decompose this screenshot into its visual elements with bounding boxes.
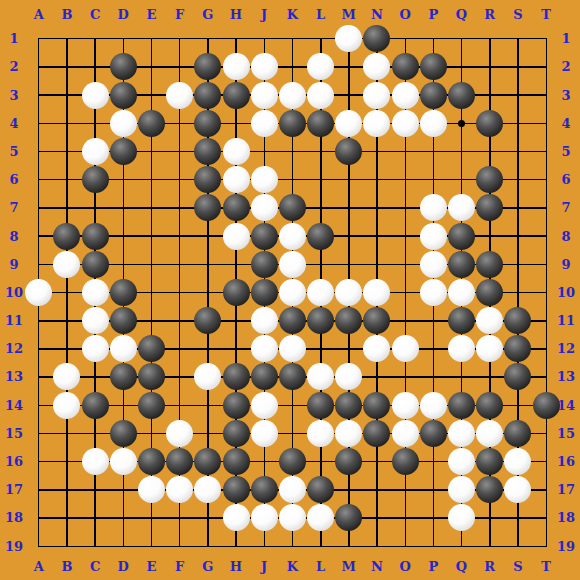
- stone-black-L11: [307, 307, 334, 334]
- stone-black-Q8: [448, 223, 475, 250]
- row-label-left-1: 1: [9, 31, 18, 46]
- go-board[interactable]: [25, 25, 561, 561]
- stone-white-G17: [194, 476, 221, 503]
- stone-black-C8: [82, 223, 109, 250]
- row-label-right-8: 8: [561, 229, 570, 244]
- stone-white-B14: [53, 392, 80, 419]
- col-label-top-A: A: [34, 7, 44, 22]
- stone-white-F15: [166, 420, 193, 447]
- stone-white-N2: [363, 53, 390, 80]
- stone-white-O4: [392, 110, 419, 137]
- stone-black-D2: [110, 53, 137, 80]
- stone-black-J9: [251, 251, 278, 278]
- col-label-top-J: J: [261, 7, 267, 22]
- stone-black-L17: [307, 476, 334, 503]
- stone-white-D16: [110, 448, 137, 475]
- stone-white-F17: [166, 476, 193, 503]
- row-label-right-4: 4: [561, 116, 570, 131]
- stone-white-D12: [110, 335, 137, 362]
- stone-white-J7: [251, 194, 278, 221]
- stone-white-K18: [279, 504, 306, 531]
- col-label-bottom-M: M: [342, 559, 356, 574]
- stone-white-C11: [82, 307, 109, 334]
- stone-black-K11: [279, 307, 306, 334]
- stone-white-M4: [335, 110, 362, 137]
- stone-white-L15: [307, 420, 334, 447]
- stone-black-R17: [476, 476, 503, 503]
- col-label-top-E: E: [146, 7, 156, 22]
- stone-white-C10: [82, 279, 109, 306]
- col-label-top-L: L: [316, 7, 325, 22]
- stone-black-Q3: [448, 82, 475, 109]
- stone-black-O2: [392, 53, 419, 80]
- stone-black-N14: [363, 392, 390, 419]
- row-label-left-19: 19: [5, 539, 23, 554]
- stone-black-H10: [223, 279, 250, 306]
- row-label-left-10: 10: [5, 285, 23, 300]
- stone-white-C5: [82, 138, 109, 165]
- col-label-bottom-J: J: [261, 559, 267, 574]
- row-label-left-3: 3: [9, 88, 18, 103]
- stone-white-K17: [279, 476, 306, 503]
- stone-black-R7: [476, 194, 503, 221]
- stone-white-O3: [392, 82, 419, 109]
- stone-white-P14: [420, 392, 447, 419]
- col-label-bottom-T: T: [541, 559, 551, 574]
- stone-black-E16: [138, 448, 165, 475]
- stone-white-K8: [279, 223, 306, 250]
- stone-black-H13: [223, 363, 250, 390]
- stone-white-Q16: [448, 448, 475, 475]
- stone-black-K13: [279, 363, 306, 390]
- stone-white-H2: [223, 53, 250, 80]
- row-label-left-18: 18: [5, 510, 23, 525]
- stone-black-H7: [223, 194, 250, 221]
- stone-white-G13: [194, 363, 221, 390]
- row-label-right-6: 6: [561, 172, 570, 187]
- stone-black-P15: [420, 420, 447, 447]
- stone-black-R9: [476, 251, 503, 278]
- stone-black-N11: [363, 307, 390, 334]
- col-label-bottom-O: O: [399, 559, 410, 574]
- stone-white-Q18: [448, 504, 475, 531]
- stone-black-G6: [194, 166, 221, 193]
- stone-white-B13: [53, 363, 80, 390]
- row-label-left-17: 17: [5, 482, 23, 497]
- stone-black-O16: [392, 448, 419, 475]
- stone-white-Q7: [448, 194, 475, 221]
- stone-white-M1: [335, 25, 362, 52]
- stone-black-S11: [504, 307, 531, 334]
- stone-white-L3: [307, 82, 334, 109]
- stone-black-Q9: [448, 251, 475, 278]
- col-label-top-F: F: [175, 7, 184, 22]
- col-label-bottom-H: H: [230, 559, 242, 574]
- stone-black-H16: [223, 448, 250, 475]
- stone-white-J14: [251, 392, 278, 419]
- stone-black-G5: [194, 138, 221, 165]
- stone-black-H15: [223, 420, 250, 447]
- stone-white-P9: [420, 251, 447, 278]
- stone-white-J3: [251, 82, 278, 109]
- stone-white-K10: [279, 279, 306, 306]
- stone-white-M13: [335, 363, 362, 390]
- stone-white-Q15: [448, 420, 475, 447]
- stone-white-C12: [82, 335, 109, 362]
- stone-white-H5: [223, 138, 250, 165]
- stone-white-J2: [251, 53, 278, 80]
- col-label-bottom-F: F: [175, 559, 184, 574]
- stone-black-T14: [533, 392, 560, 419]
- stone-white-E17: [138, 476, 165, 503]
- stone-white-L18: [307, 504, 334, 531]
- stone-white-P10: [420, 279, 447, 306]
- stone-black-L4: [307, 110, 334, 137]
- stone-white-A10: [25, 279, 52, 306]
- stone-white-Q12: [448, 335, 475, 362]
- stone-white-R15: [476, 420, 503, 447]
- col-label-bottom-R: R: [484, 559, 495, 574]
- stone-black-P2: [420, 53, 447, 80]
- stone-black-J13: [251, 363, 278, 390]
- stone-black-G11: [194, 307, 221, 334]
- stone-black-H3: [223, 82, 250, 109]
- col-label-top-Q: Q: [456, 7, 467, 22]
- stone-white-P7: [420, 194, 447, 221]
- stone-black-Q14: [448, 392, 475, 419]
- col-label-bottom-L: L: [316, 559, 325, 574]
- col-label-bottom-N: N: [371, 559, 383, 574]
- stone-white-L13: [307, 363, 334, 390]
- row-label-left-16: 16: [5, 454, 23, 469]
- stone-black-R10: [476, 279, 503, 306]
- col-label-top-C: C: [90, 7, 100, 22]
- stone-white-O14: [392, 392, 419, 419]
- row-label-left-2: 2: [9, 59, 18, 74]
- stone-black-F16: [166, 448, 193, 475]
- row-label-left-12: 12: [5, 341, 23, 356]
- stone-white-K3: [279, 82, 306, 109]
- stone-black-M5: [335, 138, 362, 165]
- stone-black-G3: [194, 82, 221, 109]
- stone-white-Q17: [448, 476, 475, 503]
- stone-black-R4: [476, 110, 503, 137]
- col-label-top-B: B: [61, 7, 72, 22]
- stone-white-J15: [251, 420, 278, 447]
- stone-black-D10: [110, 279, 137, 306]
- stone-white-N3: [363, 82, 390, 109]
- stone-white-K12: [279, 335, 306, 362]
- col-label-bottom-B: B: [61, 559, 72, 574]
- stone-black-M18: [335, 504, 362, 531]
- stone-white-J11: [251, 307, 278, 334]
- row-label-right-9: 9: [561, 257, 570, 272]
- row-label-left-8: 8: [9, 229, 18, 244]
- stone-white-R11: [476, 307, 503, 334]
- stone-black-E12: [138, 335, 165, 362]
- row-label-left-4: 4: [9, 116, 18, 131]
- stone-black-N15: [363, 420, 390, 447]
- stone-black-J10: [251, 279, 278, 306]
- row-label-left-5: 5: [9, 144, 18, 159]
- col-label-top-P: P: [428, 7, 438, 22]
- stone-white-H6: [223, 166, 250, 193]
- stone-black-D3: [110, 82, 137, 109]
- stone-white-J18: [251, 504, 278, 531]
- stone-black-R6: [476, 166, 503, 193]
- col-label-bottom-C: C: [90, 559, 100, 574]
- stone-black-G2: [194, 53, 221, 80]
- col-label-bottom-D: D: [118, 559, 129, 574]
- col-label-top-O: O: [399, 7, 410, 22]
- stone-black-D5: [110, 138, 137, 165]
- col-label-top-G: G: [202, 7, 213, 22]
- stone-white-H18: [223, 504, 250, 531]
- col-label-top-S: S: [513, 7, 522, 22]
- col-label-top-N: N: [371, 7, 383, 22]
- stone-white-L2: [307, 53, 334, 80]
- stone-white-N12: [363, 335, 390, 362]
- go-board-app: ABCDEFGHJKLMNOPQRST ABCDEFGHJKLMNOPQRST …: [0, 0, 580, 580]
- stone-black-H14: [223, 392, 250, 419]
- col-label-top-H: H: [230, 7, 242, 22]
- col-label-bottom-G: G: [202, 559, 213, 574]
- stone-black-S12: [504, 335, 531, 362]
- stone-black-D11: [110, 307, 137, 334]
- stone-black-R14: [476, 392, 503, 419]
- col-label-top-M: M: [342, 7, 356, 22]
- stone-black-M14: [335, 392, 362, 419]
- col-label-top-D: D: [118, 7, 129, 22]
- stone-white-J6: [251, 166, 278, 193]
- stone-white-R12: [476, 335, 503, 362]
- col-label-bottom-E: E: [146, 559, 156, 574]
- stone-black-S15: [504, 420, 531, 447]
- stone-white-H8: [223, 223, 250, 250]
- stone-black-P3: [420, 82, 447, 109]
- stone-black-S13: [504, 363, 531, 390]
- stone-black-J17: [251, 476, 278, 503]
- stone-black-C14: [82, 392, 109, 419]
- stone-white-P4: [420, 110, 447, 137]
- stone-black-G4: [194, 110, 221, 137]
- stone-black-Q11: [448, 307, 475, 334]
- stone-white-N4: [363, 110, 390, 137]
- stone-white-S17: [504, 476, 531, 503]
- stone-black-M11: [335, 307, 362, 334]
- stone-black-G16: [194, 448, 221, 475]
- stone-black-L8: [307, 223, 334, 250]
- col-label-bottom-S: S: [513, 559, 522, 574]
- stone-white-D4: [110, 110, 137, 137]
- row-label-right-1: 1: [561, 31, 570, 46]
- row-label-right-5: 5: [561, 144, 570, 159]
- row-label-left-14: 14: [5, 398, 23, 413]
- row-label-left-13: 13: [5, 369, 23, 384]
- row-label-left-9: 9: [9, 257, 18, 272]
- stone-black-E14: [138, 392, 165, 419]
- stone-white-O15: [392, 420, 419, 447]
- stone-white-J12: [251, 335, 278, 362]
- row-label-left-7: 7: [9, 200, 18, 215]
- col-label-bottom-K: K: [287, 559, 298, 574]
- stone-black-M16: [335, 448, 362, 475]
- stone-white-M10: [335, 279, 362, 306]
- stone-black-D13: [110, 363, 137, 390]
- col-label-bottom-Q: Q: [456, 559, 467, 574]
- row-label-right-2: 2: [561, 59, 570, 74]
- stone-black-C9: [82, 251, 109, 278]
- row-label-left-11: 11: [5, 313, 23, 328]
- stone-black-E13: [138, 363, 165, 390]
- stone-white-J4: [251, 110, 278, 137]
- stone-white-O12: [392, 335, 419, 362]
- row-label-right-3: 3: [561, 88, 570, 103]
- col-label-top-R: R: [484, 7, 495, 22]
- stone-white-P8: [420, 223, 447, 250]
- stone-black-C6: [82, 166, 109, 193]
- stone-white-C16: [82, 448, 109, 475]
- stone-black-K4: [279, 110, 306, 137]
- row-label-left-6: 6: [9, 172, 18, 187]
- stone-black-H17: [223, 476, 250, 503]
- stone-white-L10: [307, 279, 334, 306]
- stone-black-J8: [251, 223, 278, 250]
- col-label-bottom-P: P: [428, 559, 438, 574]
- stone-black-L14: [307, 392, 334, 419]
- row-label-left-15: 15: [5, 426, 23, 441]
- col-label-top-K: K: [287, 7, 298, 22]
- star-point-Q4: [458, 120, 465, 127]
- stone-white-N10: [363, 279, 390, 306]
- stone-black-D15: [110, 420, 137, 447]
- col-label-top-T: T: [541, 7, 551, 22]
- stone-black-E4: [138, 110, 165, 137]
- stone-black-K7: [279, 194, 306, 221]
- stone-black-B8: [53, 223, 80, 250]
- stone-black-N1: [363, 25, 390, 52]
- stone-white-S16: [504, 448, 531, 475]
- stone-white-C3: [82, 82, 109, 109]
- stone-white-M15: [335, 420, 362, 447]
- stone-white-Q10: [448, 279, 475, 306]
- stone-black-R16: [476, 448, 503, 475]
- row-label-right-7: 7: [561, 200, 570, 215]
- col-label-bottom-A: A: [34, 559, 44, 574]
- stone-white-B9: [53, 251, 80, 278]
- stone-black-K16: [279, 448, 306, 475]
- stone-white-F3: [166, 82, 193, 109]
- stone-black-G7: [194, 194, 221, 221]
- stone-white-K9: [279, 251, 306, 278]
